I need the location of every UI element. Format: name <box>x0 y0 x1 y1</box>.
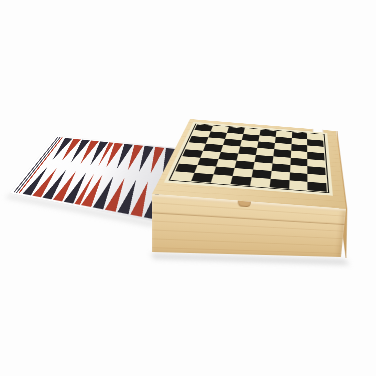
finger-notch <box>237 201 251 208</box>
board-square-7-3 <box>230 176 251 186</box>
product-photo-stage <box>0 0 376 376</box>
board-square-7-5 <box>269 179 289 189</box>
board-square-7-7 <box>308 182 327 192</box>
lid-seam-line <box>152 212 344 225</box>
board-square-7-6 <box>289 180 308 190</box>
board-square-7-2 <box>210 174 232 184</box>
board-square-7-4 <box>250 177 271 187</box>
